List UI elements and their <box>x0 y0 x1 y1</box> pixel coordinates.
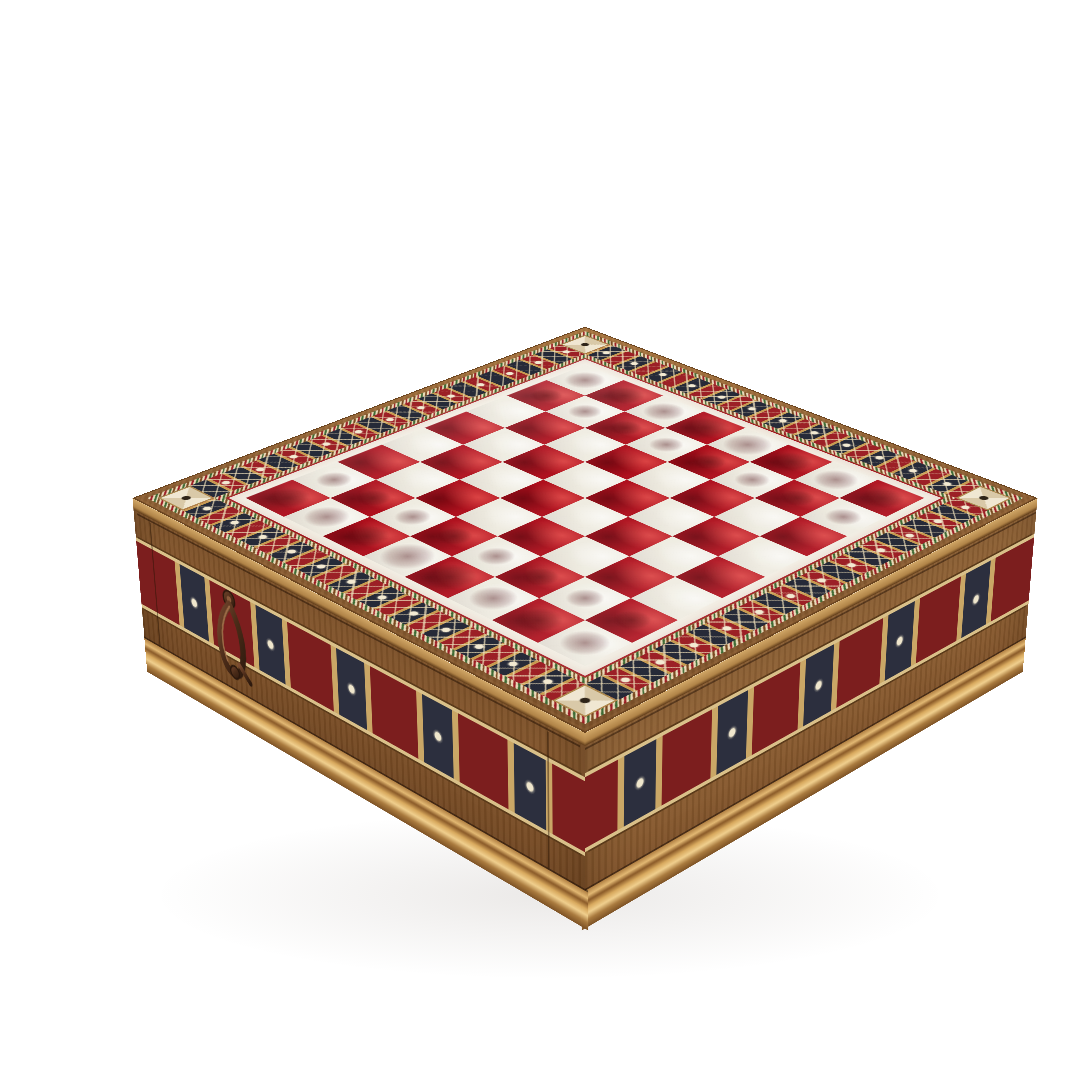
piece-black-pawn-h7[interactable]: ♟ <box>732 434 955 523</box>
product-photo: { "game": "chess", "position": { "fen": … <box>0 0 1080 1080</box>
chess-box-3d: ♜♞♝♛♚♝♞♜♟♟♟♟♟♟♟♟♟♟♟♟♟♟♟♟♜♞♝♛♚♝♞♜ <box>132 327 1037 733</box>
piece-white-rook-h1[interactable]: ♜ <box>462 528 707 650</box>
scene-stage: ♜♞♝♛♚♝♞♜♟♟♟♟♟♟♟♟♟♟♟♟♟♟♟♟♜♞♝♛♚♝♞♜ <box>0 0 1080 1080</box>
